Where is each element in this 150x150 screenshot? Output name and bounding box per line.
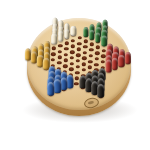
peg-blue[interactable]	[67, 74, 74, 88]
hole[interactable]	[94, 63, 98, 66]
peg-layer	[0, 0, 150, 150]
peg-green[interactable]	[83, 27, 88, 37]
peg-white[interactable]	[51, 34, 56, 44]
hole[interactable]	[82, 57, 86, 60]
hole[interactable]	[70, 50, 74, 53]
hole[interactable]	[57, 56, 61, 59]
peg-white[interactable]	[71, 26, 76, 36]
hole[interactable]	[51, 58, 55, 61]
hole[interactable]	[69, 62, 73, 65]
hole[interactable]	[82, 62, 86, 65]
hole[interactable]	[83, 45, 87, 48]
hole[interactable]	[63, 59, 67, 62]
peg-red[interactable]	[112, 57, 118, 69]
hole[interactable]	[95, 51, 99, 54]
hole[interactable]	[83, 51, 87, 54]
hole[interactable]	[52, 47, 56, 50]
hole[interactable]	[95, 57, 99, 60]
hole[interactable]	[77, 42, 81, 45]
hole[interactable]	[75, 71, 79, 74]
peg-white[interactable]	[64, 29, 69, 39]
peg-black[interactable]	[97, 84, 104, 98]
peg-red[interactable]	[105, 60, 112, 73]
hole[interactable]	[75, 65, 79, 68]
hole[interactable]	[76, 59, 80, 62]
hole[interactable]	[89, 48, 93, 51]
peg-blue[interactable]	[60, 77, 67, 91]
hole[interactable]	[81, 68, 85, 71]
peg-white[interactable]	[58, 31, 63, 41]
hole[interactable]	[64, 53, 68, 56]
hole[interactable]	[77, 36, 81, 39]
peg-green[interactable]	[95, 33, 100, 43]
hole[interactable]	[77, 48, 81, 51]
hole[interactable]	[51, 53, 55, 56]
hole[interactable]	[70, 56, 74, 59]
hole[interactable]	[89, 54, 93, 57]
hole[interactable]	[63, 65, 67, 68]
hole[interactable]	[69, 68, 73, 71]
hole[interactable]	[58, 50, 62, 53]
hole[interactable]	[58, 44, 62, 47]
hole[interactable]	[83, 39, 87, 42]
hole[interactable]	[57, 61, 61, 64]
hole[interactable]	[101, 49, 105, 52]
hole[interactable]	[95, 46, 99, 49]
hole[interactable]	[71, 45, 75, 48]
hole[interactable]	[64, 42, 68, 45]
peg-red[interactable]	[125, 53, 131, 65]
peg-blue[interactable]	[54, 79, 61, 93]
hole[interactable]	[88, 60, 92, 63]
peg-red[interactable]	[118, 55, 124, 67]
photo-scene	[0, 0, 150, 150]
peg-green[interactable]	[89, 30, 94, 40]
peg-blue[interactable]	[47, 82, 54, 96]
hole[interactable]	[76, 54, 80, 57]
hole[interactable]	[64, 47, 68, 50]
hole[interactable]	[88, 66, 92, 69]
hole[interactable]	[71, 39, 75, 42]
peg-green[interactable]	[101, 36, 107, 47]
hole[interactable]	[89, 43, 93, 46]
